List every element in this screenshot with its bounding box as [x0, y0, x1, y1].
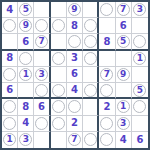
cell-r7c7[interactable]: 2: [99, 99, 115, 115]
cell-r2c6[interactable]: [83, 18, 99, 34]
cell-r8c6[interactable]: [83, 116, 99, 132]
cell-r3c4[interactable]: [51, 34, 67, 50]
odd-cell-circle-icon: [52, 52, 65, 65]
cell-r2c1[interactable]: [2, 18, 18, 34]
cell-r1c4[interactable]: [51, 2, 67, 18]
cell-r1c7[interactable]: [99, 2, 115, 18]
cell-r6c2[interactable]: [18, 83, 34, 99]
cell-r9c4[interactable]: [51, 132, 67, 148]
odd-cell-circle-icon: 7: [100, 68, 113, 81]
cell-r5c5[interactable]: 6: [67, 67, 83, 83]
odd-cell-circle-icon: [35, 117, 48, 130]
cell-r6c3[interactable]: [34, 83, 50, 99]
cell-r9c8[interactable]: 4: [116, 132, 132, 148]
given-digit: 2: [103, 101, 110, 111]
odd-cell-circle-icon: [3, 19, 16, 32]
given-digit: 4: [71, 85, 78, 95]
given-digit: 1: [137, 53, 143, 62]
given-digit: 3: [38, 69, 44, 78]
given-digit: 7: [120, 5, 126, 14]
cell-r1c9[interactable]: 3: [132, 2, 148, 18]
cell-r6c1[interactable]: 6: [2, 83, 18, 99]
given-digit: 7: [71, 135, 77, 144]
cell-r4c3[interactable]: [34, 51, 50, 67]
cell-r4c8[interactable]: [116, 51, 132, 67]
odd-cell-circle-icon: [52, 117, 65, 130]
cell-r3c6[interactable]: [83, 34, 99, 50]
odd-cell-circle-icon: [68, 100, 81, 113]
cell-r1c1[interactable]: 4: [2, 2, 18, 18]
cell-r3c2[interactable]: 6: [18, 34, 34, 50]
odd-cell-circle-icon: 3: [117, 117, 130, 130]
sudoku-board: 45973986678583113679645862142313746: [0, 0, 150, 150]
given-digit: 2: [71, 118, 78, 128]
cell-r1c6[interactable]: [83, 2, 99, 18]
cell-r7c8[interactable]: 1: [116, 99, 132, 115]
odd-cell-circle-icon: 5: [117, 35, 130, 48]
odd-cell-circle-icon: [52, 84, 65, 97]
odd-cell-circle-icon: [52, 19, 65, 32]
odd-cell-circle-icon: [100, 133, 113, 146]
odd-cell-circle-icon: [100, 3, 113, 16]
given-digit: 3: [23, 135, 29, 144]
odd-cell-circle-icon: [68, 35, 81, 48]
odd-cell-circle-icon: [84, 19, 97, 32]
cell-r3c1[interactable]: [2, 34, 18, 50]
given-digit: 6: [120, 20, 127, 30]
cell-r3c7[interactable]: 8: [99, 34, 115, 50]
cell-r6c7[interactable]: [99, 83, 115, 99]
cell-r2c3[interactable]: [34, 18, 50, 34]
given-digit: 5: [120, 37, 126, 46]
cell-r5c7[interactable]: 7: [99, 67, 115, 83]
cell-r6c6[interactable]: [83, 83, 99, 99]
cell-r3c9[interactable]: [132, 34, 148, 50]
odd-cell-circle-icon: [133, 100, 146, 113]
cell-r9c6[interactable]: [83, 132, 99, 148]
odd-cell-circle-icon: 1: [3, 133, 16, 146]
given-digit: 1: [120, 102, 126, 111]
cell-r5c6[interactable]: [83, 67, 99, 83]
odd-cell-circle-icon: [84, 84, 97, 97]
given-digit: 4: [120, 134, 127, 144]
cell-r3c3[interactable]: 7: [34, 34, 50, 50]
cell-r1c8[interactable]: 7: [116, 2, 132, 18]
odd-cell-circle-icon: 7: [117, 3, 130, 16]
given-digit: 7: [38, 37, 44, 46]
cell-r9c9[interactable]: 6: [132, 132, 148, 148]
cell-r7c6[interactable]: [83, 99, 99, 115]
given-digit: 1: [6, 135, 12, 144]
given-digit: 9: [23, 21, 29, 30]
cell-r4c6[interactable]: [83, 51, 99, 67]
cell-r7c5[interactable]: [67, 99, 83, 115]
cell-r6c9[interactable]: 5: [132, 83, 148, 99]
given-digit: 4: [6, 4, 13, 14]
cell-r5c9[interactable]: [132, 67, 148, 83]
odd-cell-circle-icon: [100, 84, 113, 97]
cell-r1c5[interactable]: 9: [67, 2, 83, 18]
cell-r8c9[interactable]: [132, 116, 148, 132]
cell-r4c5[interactable]: 3: [67, 51, 83, 67]
odd-cell-circle-icon: 7: [68, 133, 81, 146]
cell-r9c2[interactable]: 3: [18, 132, 34, 148]
cell-r8c2[interactable]: 4: [18, 116, 34, 132]
given-digit: 8: [71, 20, 78, 30]
odd-cell-circle-icon: [35, 84, 48, 97]
cell-r7c4[interactable]: [51, 99, 67, 115]
odd-cell-circle-icon: [100, 117, 113, 130]
cell-r5c8[interactable]: 9: [116, 67, 132, 83]
given-digit: 9: [71, 5, 77, 14]
cell-r7c9[interactable]: [132, 99, 148, 115]
cell-r1c3[interactable]: [34, 2, 50, 18]
given-digit: 4: [22, 118, 29, 128]
cell-r9c5[interactable]: 7: [67, 132, 83, 148]
cell-r2c9[interactable]: [132, 18, 148, 34]
cell-r2c2[interactable]: 9: [18, 18, 34, 34]
odd-cell-circle-icon: 1: [133, 52, 146, 65]
cell-r8c7[interactable]: [99, 116, 115, 132]
given-digit: 6: [22, 36, 29, 46]
odd-cell-circle-icon: [84, 35, 97, 48]
given-digit: 3: [120, 118, 126, 127]
cell-r2c8[interactable]: 6: [116, 18, 132, 34]
odd-cell-circle-icon: 7: [35, 35, 48, 48]
odd-cell-circle-icon: 3: [35, 68, 48, 81]
given-digit: 6: [71, 69, 78, 79]
odd-cell-circle-icon: 9: [117, 68, 130, 81]
cell-r8c4[interactable]: [51, 116, 67, 132]
cell-r8c5[interactable]: 2: [67, 116, 83, 132]
cell-r7c1[interactable]: [2, 99, 18, 115]
given-digit: 9: [120, 69, 126, 78]
cell-r5c3[interactable]: 3: [34, 67, 50, 83]
odd-cell-circle-icon: [3, 117, 16, 130]
odd-cell-circle-icon: [3, 68, 16, 81]
cell-r2c4[interactable]: [51, 18, 67, 34]
odd-cell-circle-icon: 9: [68, 3, 81, 16]
given-digit: 7: [104, 69, 110, 78]
cell-r6c4[interactable]: [51, 83, 67, 99]
odd-cell-circle-icon: 1: [117, 100, 130, 113]
cell-r4c4[interactable]: [51, 51, 67, 67]
given-digit: 3: [137, 5, 143, 14]
given-digit: 5: [23, 5, 29, 14]
cell-r6c8[interactable]: [116, 83, 132, 99]
cell-r2c7[interactable]: [99, 18, 115, 34]
cell-r8c1[interactable]: [2, 116, 18, 132]
odd-cell-circle-icon: 3: [19, 133, 32, 146]
cell-r1c2[interactable]: 5: [18, 2, 34, 18]
odd-cell-circle-icon: 9: [19, 19, 32, 32]
odd-cell-circle-icon: 5: [19, 3, 32, 16]
cell-r4c9[interactable]: 1: [132, 51, 148, 67]
odd-cell-circle-icon: [35, 19, 48, 32]
cell-r6c5[interactable]: 4: [67, 83, 83, 99]
cell-r9c1[interactable]: 1: [2, 132, 18, 148]
given-digit: 3: [71, 53, 78, 63]
cell-r4c1[interactable]: 8: [2, 51, 18, 67]
cell-r4c7[interactable]: [99, 51, 115, 67]
odd-cell-circle-icon: [3, 100, 16, 113]
odd-cell-circle-icon: [133, 35, 146, 48]
given-digit: 6: [136, 134, 143, 144]
given-digit: 5: [137, 85, 143, 94]
given-digit: 8: [103, 36, 110, 46]
cell-r3c5[interactable]: [67, 34, 83, 50]
cell-r9c7[interactable]: [99, 132, 115, 148]
given-digit: 1: [23, 69, 29, 78]
cell-r8c8[interactable]: 3: [116, 116, 132, 132]
odd-cell-circle-icon: [19, 52, 32, 65]
given-digit: 8: [6, 53, 13, 63]
cell-r5c1[interactable]: [2, 67, 18, 83]
given-digit: 8: [22, 101, 29, 111]
given-digit: 6: [6, 85, 13, 95]
cell-r7c2[interactable]: 8: [18, 99, 34, 115]
cell-r5c2[interactable]: 1: [18, 67, 34, 83]
cell-r8c3[interactable]: [34, 116, 50, 132]
odd-cell-circle-icon: [52, 100, 65, 113]
cell-r9c3[interactable]: [34, 132, 50, 148]
odd-cell-circle-icon: 5: [133, 84, 146, 97]
cell-r5c4[interactable]: [51, 67, 67, 83]
cell-r3c8[interactable]: 5: [116, 34, 132, 50]
odd-cell-circle-icon: [84, 133, 97, 146]
given-digit: 6: [38, 101, 45, 111]
odd-cell-circle-icon: 3: [133, 3, 146, 16]
odd-cell-circle-icon: 1: [19, 68, 32, 81]
cell-r7c3[interactable]: 6: [34, 99, 50, 115]
odd-cell-circle-icon: [84, 52, 97, 65]
cell-r2c5[interactable]: 8: [67, 18, 83, 34]
cell-r4c2[interactable]: [18, 51, 34, 67]
